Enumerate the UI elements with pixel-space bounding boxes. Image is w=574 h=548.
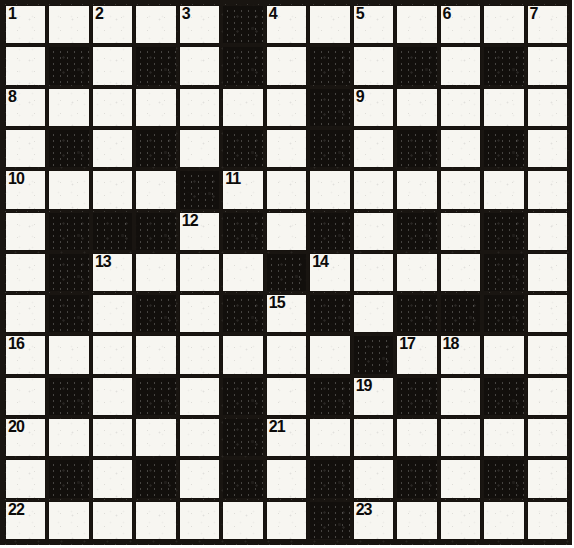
cell-r1c1 [49,47,88,84]
cell-r9c3 [136,378,175,415]
cell-r10c0[interactable]: 20 [6,419,45,456]
cell-r8c2[interactable] [93,336,132,373]
cell-r8c10[interactable]: 18 [441,336,480,373]
cell-r2c4[interactable] [180,89,219,126]
cell-r6c0[interactable] [6,254,45,291]
crossword-grid: 1234567891011121314151617181920212223 [6,6,567,539]
cell-r4c2[interactable] [93,171,132,208]
cell-r6c12[interactable] [528,254,567,291]
cell-r1c3 [136,47,175,84]
clue-number-13: 13 [95,253,111,271]
cell-r8c11[interactable] [484,336,523,373]
crossword-page: 1234567891011121314151617181920212223 [0,0,574,548]
cell-r7c6[interactable]: 15 [267,295,306,332]
cell-r9c10[interactable] [441,378,480,415]
cell-r0c5 [223,6,262,43]
cell-r4c5[interactable]: 11 [223,171,262,208]
cell-r6c6 [267,254,306,291]
cell-r5c12[interactable] [528,213,567,250]
cell-r2c0[interactable]: 8 [6,89,45,126]
cell-r9c12[interactable] [528,378,567,415]
cell-r12c6[interactable] [267,502,306,539]
cell-r4c12[interactable] [528,171,567,208]
cell-r8c7[interactable] [310,336,349,373]
cell-r11c0[interactable] [6,460,45,497]
cell-r10c10[interactable] [441,419,480,456]
cell-r8c3[interactable] [136,336,175,373]
cell-r2c5[interactable] [223,89,262,126]
clue-number-18: 18 [443,335,459,353]
cell-r9c8[interactable]: 19 [354,378,393,415]
cell-r1c9 [397,47,436,84]
cell-r2c8[interactable]: 9 [354,89,393,126]
cell-r5c8[interactable] [354,213,393,250]
cell-r12c0[interactable]: 22 [6,502,45,539]
cell-r0c6[interactable]: 4 [267,6,306,43]
cell-r7c4[interactable] [180,295,219,332]
cell-r0c1[interactable] [49,6,88,43]
cell-r3c9 [397,130,436,167]
cell-r1c5 [223,47,262,84]
cell-r1c7 [310,47,349,84]
cell-r3c3 [136,130,175,167]
cell-r7c10 [441,295,480,332]
cell-r6c9[interactable] [397,254,436,291]
cell-r7c5 [223,295,262,332]
cell-r4c3[interactable] [136,171,175,208]
clue-number-16: 16 [8,335,24,353]
cell-r8c9[interactable]: 17 [397,336,436,373]
cell-r2c3[interactable] [136,89,175,126]
cell-r2c2[interactable] [93,89,132,126]
cell-r10c1[interactable] [49,419,88,456]
cell-r9c1 [49,378,88,415]
cell-r4c6[interactable] [267,171,306,208]
cell-r9c0[interactable] [6,378,45,415]
cell-r9c6[interactable] [267,378,306,415]
clue-number-19: 19 [356,377,372,395]
cell-r3c1 [49,130,88,167]
cell-r8c4[interactable] [180,336,219,373]
cell-r4c4 [180,171,219,208]
cell-r2c6[interactable] [267,89,306,126]
cell-r3c6[interactable] [267,130,306,167]
cell-r5c5 [223,213,262,250]
clue-number-22: 22 [8,501,24,519]
cell-r2c11[interactable] [484,89,523,126]
cell-r3c11 [484,130,523,167]
cell-r0c4[interactable]: 3 [180,6,219,43]
cell-r12c12[interactable] [528,502,567,539]
cell-r4c9[interactable] [397,171,436,208]
cell-r5c1 [49,213,88,250]
cell-r7c7 [310,295,349,332]
cell-r9c11 [484,378,523,415]
cell-r8c6[interactable] [267,336,306,373]
clue-number-4: 4 [269,5,277,23]
cell-r5c2 [93,213,132,250]
cell-r11c4[interactable] [180,460,219,497]
cell-r9c5 [223,378,262,415]
cell-r6c7[interactable]: 14 [310,254,349,291]
cell-r11c2[interactable] [93,460,132,497]
cell-r12c4[interactable] [180,502,219,539]
cell-r4c0[interactable]: 10 [6,171,45,208]
cell-r12c5[interactable] [223,502,262,539]
cell-r12c8[interactable]: 23 [354,502,393,539]
cell-r12c1[interactable] [49,502,88,539]
cell-r6c3[interactable] [136,254,175,291]
cell-r4c7[interactable] [310,171,349,208]
clue-number-14: 14 [312,253,328,271]
cell-r6c4[interactable] [180,254,219,291]
clue-number-17: 17 [399,335,415,353]
cell-r2c1[interactable] [49,89,88,126]
clue-number-2: 2 [95,5,103,23]
cell-r6c5[interactable] [223,254,262,291]
clue-number-1: 1 [8,5,16,23]
cell-r7c0[interactable] [6,295,45,332]
cell-r8c1[interactable] [49,336,88,373]
cell-r10c9[interactable] [397,419,436,456]
cell-r4c1[interactable] [49,171,88,208]
cell-r3c2[interactable] [93,130,132,167]
cell-r4c10[interactable] [441,171,480,208]
cell-r5c4[interactable]: 12 [180,213,219,250]
cell-r7c12[interactable] [528,295,567,332]
cell-r11c7 [310,460,349,497]
clue-number-7: 7 [530,5,538,23]
crossword-board: 1234567891011121314151617181920212223 [0,0,572,545]
cell-r3c10[interactable] [441,130,480,167]
cell-r12c10[interactable] [441,502,480,539]
cell-r12c7 [310,502,349,539]
clue-number-8: 8 [8,88,16,106]
clue-number-12: 12 [182,212,198,230]
cell-r0c0[interactable]: 1 [6,6,45,43]
cell-r12c3[interactable] [136,502,175,539]
cell-r5c3 [136,213,175,250]
clue-number-11: 11 [225,170,240,188]
cell-r0c8[interactable]: 5 [354,6,393,43]
clue-number-21: 21 [269,418,285,436]
cell-r3c7 [310,130,349,167]
cell-r1c2[interactable] [93,47,132,84]
cell-r0c7[interactable] [310,6,349,43]
cell-r0c11[interactable] [484,6,523,43]
cell-r6c10[interactable] [441,254,480,291]
cell-r11c11 [484,460,523,497]
cell-r11c9 [397,460,436,497]
cell-r0c10[interactable]: 6 [441,6,480,43]
cell-r8c0[interactable]: 16 [6,336,45,373]
cell-r11c12[interactable] [528,460,567,497]
cell-r1c8[interactable] [354,47,393,84]
cell-r6c11 [484,254,523,291]
cell-r3c4[interactable] [180,130,219,167]
clue-number-5: 5 [356,5,364,23]
cell-r8c5[interactable] [223,336,262,373]
cell-r3c5 [223,130,262,167]
cell-r1c11 [484,47,523,84]
cell-r0c12[interactable]: 7 [528,6,567,43]
cell-r7c2[interactable] [93,295,132,332]
cell-r9c7 [310,378,349,415]
cell-r6c8[interactable] [354,254,393,291]
cell-r9c9 [397,378,436,415]
cell-r0c2[interactable]: 2 [93,6,132,43]
cell-r10c2[interactable] [93,419,132,456]
clue-number-10: 10 [8,170,24,188]
cell-r11c3 [136,460,175,497]
cell-r10c4[interactable] [180,419,219,456]
cell-r5c6[interactable] [267,213,306,250]
cell-r4c11[interactable] [484,171,523,208]
clue-number-3: 3 [182,5,190,23]
clue-number-9: 9 [356,88,364,106]
cell-r2c7 [310,89,349,126]
cell-r7c3 [136,295,175,332]
clue-number-20: 20 [8,418,24,436]
cell-r2c12[interactable] [528,89,567,126]
cell-r2c9[interactable] [397,89,436,126]
cell-r7c1 [49,295,88,332]
cell-r3c0[interactable] [6,130,45,167]
cell-r9c2[interactable] [93,378,132,415]
cell-r11c1 [49,460,88,497]
cell-r12c2[interactable] [93,502,132,539]
cell-r6c2[interactable]: 13 [93,254,132,291]
cell-r5c9 [397,213,436,250]
cell-r1c4[interactable] [180,47,219,84]
cell-r5c10[interactable] [441,213,480,250]
cell-r4c8[interactable] [354,171,393,208]
cell-r8c12[interactable] [528,336,567,373]
cell-r10c11[interactable] [484,419,523,456]
cell-r7c11 [484,295,523,332]
cell-r5c11 [484,213,523,250]
cell-r10c7[interactable] [310,419,349,456]
cell-r1c6[interactable] [267,47,306,84]
cell-r0c9[interactable] [397,6,436,43]
cell-r7c9 [397,295,436,332]
cell-r12c11[interactable] [484,502,523,539]
cell-r1c10[interactable] [441,47,480,84]
cell-r10c12[interactable] [528,419,567,456]
cell-r11c6[interactable] [267,460,306,497]
cell-r11c5 [223,460,262,497]
cell-r5c0[interactable] [6,213,45,250]
cell-r10c5 [223,419,262,456]
cell-r5c7 [310,213,349,250]
clue-number-6: 6 [443,5,451,23]
cell-r1c0[interactable] [6,47,45,84]
cell-r10c6[interactable]: 21 [267,419,306,456]
cell-r2c10[interactable] [441,89,480,126]
clue-number-23: 23 [356,501,372,519]
cell-r1c12[interactable] [528,47,567,84]
clue-number-15: 15 [269,294,285,312]
cell-r7c8[interactable] [354,295,393,332]
cell-r10c8[interactable] [354,419,393,456]
cell-r8c8 [354,336,393,373]
cell-r11c8[interactable] [354,460,393,497]
cell-r3c12[interactable] [528,130,567,167]
cell-r11c10[interactable] [441,460,480,497]
cell-r0c3[interactable] [136,6,175,43]
cell-r9c4[interactable] [180,378,219,415]
cell-r12c9[interactable] [397,502,436,539]
cell-r10c3[interactable] [136,419,175,456]
cell-r6c1 [49,254,88,291]
cell-r3c8[interactable] [354,130,393,167]
